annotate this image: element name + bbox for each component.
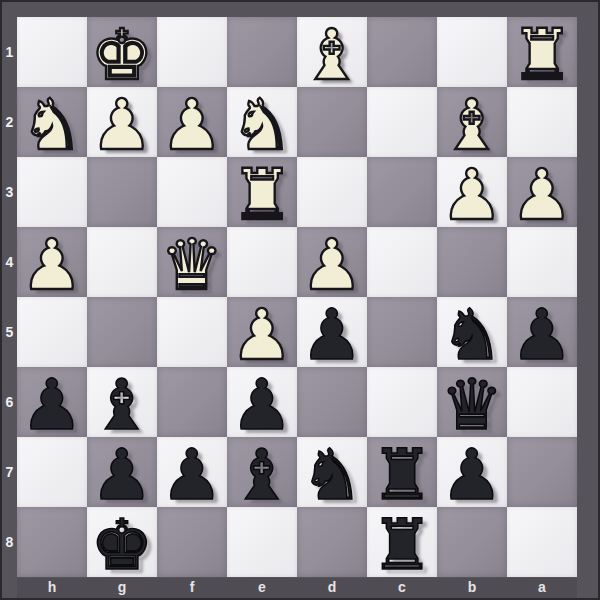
piece-white-bishop: ♝ [437,87,507,157]
square-d4[interactable]: ♟ [297,227,367,297]
square-b5[interactable]: ♞ [437,297,507,367]
square-e6[interactable]: ♟ [227,367,297,437]
square-b3[interactable]: ♟ [437,157,507,227]
square-b6[interactable]: ♛ [437,367,507,437]
piece-black-bishop: ♝ [87,367,157,437]
piece-black-pawn: ♟ [17,367,87,437]
piece-white-king: ♚ [87,17,157,87]
piece-black-knight: ♞ [297,437,367,507]
square-f3[interactable] [157,157,227,227]
file-labels: hgfedcba [17,578,577,598]
square-h5[interactable] [17,297,87,367]
square-b7[interactable]: ♟ [437,437,507,507]
square-d8[interactable] [297,507,367,577]
square-d6[interactable] [297,367,367,437]
file-label-d: d [297,578,367,598]
square-a5[interactable]: ♟ [507,297,577,367]
piece-white-pawn: ♟ [437,157,507,227]
square-f1[interactable] [157,17,227,87]
file-label-a: a [507,578,577,598]
square-a1[interactable]: ♜ [507,17,577,87]
square-g7[interactable]: ♟ [87,437,157,507]
chess-board: ♚♝♜♞♟♟♞♝♜♟♟♟♛♟♟♟♞♟♟♝♟♛♟♟♝♞♜♟♚♜ [17,17,577,577]
square-h7[interactable] [17,437,87,507]
piece-black-bishop: ♝ [227,437,297,507]
rank-label-4: 4 [2,227,17,297]
piece-black-king: ♚ [87,507,157,577]
file-label-e: e [227,578,297,598]
piece-white-rook: ♜ [227,157,297,227]
square-g5[interactable] [87,297,157,367]
piece-white-pawn: ♟ [87,87,157,157]
piece-white-rook: ♜ [507,17,577,87]
square-e3[interactable]: ♜ [227,157,297,227]
piece-black-pawn: ♟ [227,367,297,437]
square-d7[interactable]: ♞ [297,437,367,507]
piece-black-pawn: ♟ [437,437,507,507]
file-label-g: g [87,578,157,598]
square-b2[interactable]: ♝ [437,87,507,157]
square-f7[interactable]: ♟ [157,437,227,507]
chess-board-frame: 12345678 ♚♝♜♞♟♟♞♝♜♟♟♟♛♟♟♟♞♟♟♝♟♛♟♟♝♞♜♟♚♜ … [0,0,600,600]
file-label-h: h [17,578,87,598]
square-g2[interactable]: ♟ [87,87,157,157]
square-c6[interactable] [367,367,437,437]
rank-label-2: 2 [2,87,17,157]
square-g8[interactable]: ♚ [87,507,157,577]
square-e4[interactable] [227,227,297,297]
piece-black-rook: ♜ [367,437,437,507]
square-f8[interactable] [157,507,227,577]
piece-white-knight: ♞ [17,87,87,157]
rank-label-7: 7 [2,437,17,507]
square-a8[interactable] [507,507,577,577]
square-f5[interactable] [157,297,227,367]
square-g3[interactable] [87,157,157,227]
rank-labels: 12345678 [2,17,17,577]
square-c8[interactable]: ♜ [367,507,437,577]
piece-black-pawn: ♟ [507,297,577,367]
file-label-f: f [157,578,227,598]
square-g4[interactable] [87,227,157,297]
square-g1[interactable]: ♚ [87,17,157,87]
square-b8[interactable] [437,507,507,577]
rank-label-8: 8 [2,507,17,577]
rank-label-5: 5 [2,297,17,367]
square-b4[interactable] [437,227,507,297]
square-h6[interactable]: ♟ [17,367,87,437]
file-label-b: b [437,578,507,598]
piece-black-rook: ♜ [367,507,437,577]
square-f6[interactable] [157,367,227,437]
square-d1[interactable]: ♝ [297,17,367,87]
rank-label-3: 3 [2,157,17,227]
square-e2[interactable]: ♞ [227,87,297,157]
piece-black-knight: ♞ [437,297,507,367]
square-c3[interactable] [367,157,437,227]
piece-white-pawn: ♟ [297,227,367,297]
piece-white-bishop: ♝ [297,17,367,87]
square-e8[interactable] [227,507,297,577]
square-h8[interactable] [17,507,87,577]
piece-white-knight: ♞ [227,87,297,157]
piece-white-pawn: ♟ [17,227,87,297]
piece-black-pawn: ♟ [87,437,157,507]
square-f4[interactable]: ♛ [157,227,227,297]
square-a4[interactable] [507,227,577,297]
square-e7[interactable]: ♝ [227,437,297,507]
square-b1[interactable] [437,17,507,87]
piece-black-queen: ♛ [437,367,507,437]
square-c2[interactable] [367,87,437,157]
square-h1[interactable] [17,17,87,87]
rank-label-6: 6 [2,367,17,437]
square-c5[interactable] [367,297,437,367]
square-a6[interactable] [507,367,577,437]
square-c1[interactable] [367,17,437,87]
square-h4[interactable]: ♟ [17,227,87,297]
square-d2[interactable] [297,87,367,157]
square-c7[interactable]: ♜ [367,437,437,507]
piece-white-pawn: ♟ [157,87,227,157]
square-e1[interactable] [227,17,297,87]
square-h2[interactable]: ♞ [17,87,87,157]
square-a2[interactable] [507,87,577,157]
square-a7[interactable] [507,437,577,507]
rank-label-1: 1 [2,17,17,87]
square-d5[interactable]: ♟ [297,297,367,367]
file-label-c: c [367,578,437,598]
piece-white-pawn: ♟ [227,297,297,367]
square-e5[interactable]: ♟ [227,297,297,367]
square-a3[interactable]: ♟ [507,157,577,227]
square-h3[interactable] [17,157,87,227]
square-d3[interactable] [297,157,367,227]
piece-black-pawn: ♟ [297,297,367,367]
piece-white-queen: ♛ [157,227,227,297]
square-f2[interactable]: ♟ [157,87,227,157]
piece-white-pawn: ♟ [507,157,577,227]
square-c4[interactable] [367,227,437,297]
piece-black-pawn: ♟ [157,437,227,507]
square-g6[interactable]: ♝ [87,367,157,437]
